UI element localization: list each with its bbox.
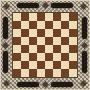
square-f8[interactable] (53, 13, 61, 21)
square-h4[interactable] (69, 45, 77, 53)
chess-board-photo (0, 0, 90, 90)
inlay-bar-bottom-right (51, 82, 73, 87)
square-f6[interactable] (53, 29, 61, 37)
square-b6[interactable] (21, 29, 29, 37)
inlay-bar-right-lower (82, 51, 87, 73)
chess-board (12, 12, 78, 78)
inlay-bar-top-right (51, 3, 73, 8)
square-b4[interactable] (21, 45, 29, 53)
corner-motif-top-left (3, 3, 10, 10)
corner-motif-bottom-left (3, 80, 10, 87)
square-a5[interactable] (13, 37, 21, 45)
square-b5[interactable] (21, 37, 29, 45)
inlay-bar-right-upper (82, 17, 87, 39)
square-a1[interactable] (13, 69, 21, 77)
center-motif-bottom (41, 81, 48, 88)
center-motif-right (81, 41, 88, 48)
square-d6[interactable] (37, 29, 45, 37)
square-a6[interactable] (13, 29, 21, 37)
square-b1[interactable] (21, 69, 29, 77)
square-c8[interactable] (29, 13, 37, 21)
center-motif-top (41, 2, 48, 9)
inlay-bar-left-upper (3, 17, 8, 39)
square-b3[interactable] (21, 53, 29, 61)
square-a4[interactable] (13, 45, 21, 53)
square-e2[interactable] (45, 61, 53, 69)
square-a2[interactable] (13, 61, 21, 69)
square-e1[interactable] (45, 69, 53, 77)
square-f7[interactable] (53, 21, 61, 29)
square-a8[interactable] (13, 13, 21, 21)
square-b8[interactable] (21, 13, 29, 21)
square-g8[interactable] (61, 13, 69, 21)
square-e3[interactable] (45, 53, 53, 61)
square-c7[interactable] (29, 21, 37, 29)
square-d7[interactable] (37, 21, 45, 29)
square-e5[interactable] (45, 37, 53, 45)
square-d8[interactable] (37, 13, 45, 21)
square-g6[interactable] (61, 29, 69, 37)
square-g5[interactable] (61, 37, 69, 45)
square-c4[interactable] (29, 45, 37, 53)
square-d5[interactable] (37, 37, 45, 45)
square-d4[interactable] (37, 45, 45, 53)
square-c2[interactable] (29, 61, 37, 69)
square-g4[interactable] (61, 45, 69, 53)
square-h3[interactable] (69, 53, 77, 61)
square-d1[interactable] (37, 69, 45, 77)
square-g1[interactable] (61, 69, 69, 77)
square-e7[interactable] (45, 21, 53, 29)
square-h7[interactable] (69, 21, 77, 29)
square-g2[interactable] (61, 61, 69, 69)
square-h8[interactable] (69, 13, 77, 21)
square-h2[interactable] (69, 61, 77, 69)
square-f2[interactable] (53, 61, 61, 69)
square-c3[interactable] (29, 53, 37, 61)
square-f4[interactable] (53, 45, 61, 53)
inlay-bar-left-lower (3, 51, 8, 73)
square-b7[interactable] (21, 21, 29, 29)
square-c6[interactable] (29, 29, 37, 37)
square-e8[interactable] (45, 13, 53, 21)
square-h6[interactable] (69, 29, 77, 37)
square-d2[interactable] (37, 61, 45, 69)
square-f5[interactable] (53, 37, 61, 45)
square-e4[interactable] (45, 45, 53, 53)
square-e6[interactable] (45, 29, 53, 37)
inlay-bar-top-left (17, 3, 39, 8)
square-c5[interactable] (29, 37, 37, 45)
corner-motif-bottom-right (80, 80, 87, 87)
square-a7[interactable] (13, 21, 21, 29)
center-motif-left (2, 41, 9, 48)
square-a3[interactable] (13, 53, 21, 61)
square-h1[interactable] (69, 69, 77, 77)
square-c1[interactable] (29, 69, 37, 77)
square-g7[interactable] (61, 21, 69, 29)
square-b2[interactable] (21, 61, 29, 69)
corner-motif-top-right (80, 3, 87, 10)
inlay-bar-bottom-left (17, 82, 39, 87)
square-g3[interactable] (61, 53, 69, 61)
square-f3[interactable] (53, 53, 61, 61)
square-d3[interactable] (37, 53, 45, 61)
square-h5[interactable] (69, 37, 77, 45)
square-f1[interactable] (53, 69, 61, 77)
